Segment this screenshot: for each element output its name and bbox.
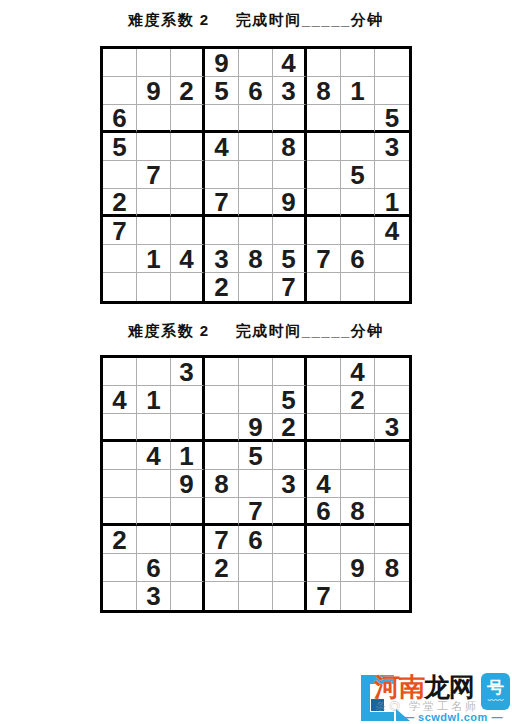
p2-cell-r9c4[interactable] <box>205 582 239 610</box>
sudoku-grid-1: 94925638165548375279174143857627 <box>100 46 412 304</box>
p1-cell-r9c9[interactable] <box>375 273 409 301</box>
p2-cell-r7c2[interactable] <box>137 526 171 554</box>
p1-cell-r2c4[interactable]: 5 <box>205 77 239 105</box>
p1-cell-r7c5[interactable] <box>239 217 273 245</box>
p1-cell-r9c6[interactable]: 7 <box>273 273 307 301</box>
p1-cell-r8c6[interactable]: 5 <box>273 245 307 273</box>
p1-cell-r5c6[interactable] <box>273 161 307 189</box>
p2-cell-r5c4[interactable]: 8 <box>205 470 239 498</box>
p2-cell-r6c3[interactable] <box>171 498 205 526</box>
p2-cell-r8c7[interactable] <box>307 554 341 582</box>
difficulty-label-1: 难度系数 2 <box>128 11 210 30</box>
p2-cell-r5c1[interactable] <box>103 470 137 498</box>
p2-cell-r9c6[interactable] <box>273 582 307 610</box>
p2-cell-r5c5[interactable] <box>239 470 273 498</box>
p1-cell-r8c5[interactable]: 8 <box>239 245 273 273</box>
p2-cell-r5c6[interactable]: 3 <box>273 470 307 498</box>
p1-cell-r7c6[interactable] <box>273 217 307 245</box>
puzzle-2-header: 难度系数 2 完成时间_____分钟 <box>0 322 512 341</box>
p1-cell-r2c1[interactable] <box>103 77 137 105</box>
puzzle-1-header: 难度系数 2 完成时间_____分钟 <box>0 11 512 30</box>
p1-cell-r6c4[interactable]: 7 <box>205 189 239 217</box>
p1-cell-r1c5[interactable] <box>239 49 273 77</box>
p1-cell-r5c2[interactable]: 7 <box>137 161 171 189</box>
p2-cell-r7c6[interactable] <box>273 526 307 554</box>
p1-cell-r5c5[interactable] <box>239 161 273 189</box>
p1-cell-r1c3[interactable] <box>171 49 205 77</box>
p1-cell-r1c9[interactable] <box>375 49 409 77</box>
p1-cell-r6c6[interactable]: 9 <box>273 189 307 217</box>
p2-cell-r2c8[interactable]: 2 <box>341 386 375 414</box>
p1-cell-r3c5[interactable] <box>239 105 273 133</box>
site-name-black: 龙网 <box>424 672 474 702</box>
p1-cell-r1c6[interactable]: 4 <box>273 49 307 77</box>
p2-cell-r6c5[interactable]: 7 <box>239 498 273 526</box>
p2-cell-r4c7[interactable] <box>307 442 341 470</box>
p1-cell-r4c7[interactable] <box>307 133 341 161</box>
p2-cell-r6c4[interactable] <box>205 498 239 526</box>
p1-cell-r4c9[interactable]: 3 <box>375 133 409 161</box>
p1-cell-r6c2[interactable] <box>137 189 171 217</box>
p2-cell-r8c5[interactable] <box>239 554 273 582</box>
p1-cell-r4c8[interactable] <box>341 133 375 161</box>
completion-time-label-1: 完成时间_____分钟 <box>236 11 384 30</box>
p2-cell-r2c3[interactable] <box>171 386 205 414</box>
p1-cell-r3c3[interactable] <box>171 105 205 133</box>
p1-cell-r9c2[interactable] <box>137 273 171 301</box>
p2-cell-r6c9[interactable] <box>375 498 409 526</box>
p1-cell-r5c4[interactable] <box>205 161 239 189</box>
p1-cell-r4c2[interactable] <box>137 133 171 161</box>
p2-cell-r4c1[interactable] <box>103 442 137 470</box>
p2-cell-r8c1[interactable] <box>103 554 137 582</box>
p2-cell-r4c6[interactable] <box>273 442 307 470</box>
p1-cell-r6c9[interactable]: 1 <box>375 189 409 217</box>
p2-cell-r9c7[interactable]: 7 <box>307 582 341 610</box>
p1-cell-r1c2[interactable] <box>137 49 171 77</box>
p2-cell-r6c2[interactable] <box>137 498 171 526</box>
p2-cell-r1c3[interactable]: 3 <box>171 358 205 386</box>
p1-cell-r8c9[interactable] <box>375 245 409 273</box>
p2-cell-r2c7[interactable] <box>307 386 341 414</box>
p2-cell-r4c8[interactable] <box>341 442 375 470</box>
p1-cell-r5c8[interactable]: 5 <box>341 161 375 189</box>
p1-cell-r1c1[interactable] <box>103 49 137 77</box>
p1-cell-r2c3[interactable]: 2 <box>171 77 205 105</box>
p2-cell-r4c3[interactable]: 1 <box>171 442 205 470</box>
p1-cell-r2c2[interactable]: 9 <box>137 77 171 105</box>
p1-cell-r7c7[interactable] <box>307 217 341 245</box>
p1-cell-r4c6[interactable]: 8 <box>273 133 307 161</box>
p2-cell-r4c4[interactable] <box>205 442 239 470</box>
p1-cell-r2c9[interactable] <box>375 77 409 105</box>
p1-cell-r3c7[interactable] <box>307 105 341 133</box>
p2-cell-r8c4[interactable]: 2 <box>205 554 239 582</box>
p1-cell-r6c3[interactable] <box>171 189 205 217</box>
p1-cell-r4c4[interactable]: 4 <box>205 133 239 161</box>
blue-seal-stamp-icon: 号 〰〰 <box>481 673 510 710</box>
p1-cell-r3c1[interactable]: 6 <box>103 105 137 133</box>
p2-cell-r7c3[interactable] <box>171 526 205 554</box>
p1-cell-r8c4[interactable]: 3 <box>205 245 239 273</box>
p1-cell-r8c2[interactable]: 1 <box>137 245 171 273</box>
stamp-glyph: 号 <box>487 679 504 696</box>
p1-cell-r5c9[interactable] <box>375 161 409 189</box>
p2-cell-r3c6[interactable]: 2 <box>273 414 307 442</box>
p2-cell-r1c6[interactable] <box>273 358 307 386</box>
p1-cell-r9c1[interactable] <box>103 273 137 301</box>
p1-cell-r9c5[interactable] <box>239 273 273 301</box>
p1-cell-r8c8[interactable]: 6 <box>341 245 375 273</box>
p2-cell-r5c8[interactable] <box>341 470 375 498</box>
p2-cell-r3c1[interactable] <box>103 414 137 442</box>
p1-cell-r6c5[interactable] <box>239 189 273 217</box>
p1-cell-r2c7[interactable]: 8 <box>307 77 341 105</box>
p1-cell-r4c3[interactable] <box>171 133 205 161</box>
p1-cell-r2c5[interactable]: 6 <box>239 77 273 105</box>
p2-cell-r9c2[interactable]: 3 <box>137 582 171 610</box>
p2-cell-r1c1[interactable] <box>103 358 137 386</box>
p2-cell-r8c2[interactable]: 6 <box>137 554 171 582</box>
p2-cell-r8c8[interactable]: 9 <box>341 554 375 582</box>
p2-cell-r7c5[interactable]: 6 <box>239 526 273 554</box>
watermark-domain: — scwdwl.com — <box>403 711 503 723</box>
p1-cell-r4c5[interactable] <box>239 133 273 161</box>
p2-cell-r4c9[interactable] <box>375 442 409 470</box>
p2-cell-r7c7[interactable] <box>307 526 341 554</box>
p1-cell-r3c9[interactable]: 5 <box>375 105 409 133</box>
p2-cell-r9c3[interactable] <box>171 582 205 610</box>
p2-cell-r9c5[interactable] <box>239 582 273 610</box>
p1-cell-r2c6[interactable]: 3 <box>273 77 307 105</box>
p1-cell-r8c3[interactable]: 4 <box>171 245 205 273</box>
p2-cell-r7c4[interactable]: 7 <box>205 526 239 554</box>
p1-cell-r9c4[interactable]: 2 <box>205 273 239 301</box>
p2-cell-r7c9[interactable] <box>375 526 409 554</box>
p2-cell-r4c2[interactable]: 4 <box>137 442 171 470</box>
p1-cell-r4c1[interactable]: 5 <box>103 133 137 161</box>
p2-cell-r3c7[interactable] <box>307 414 341 442</box>
p1-cell-r8c1[interactable] <box>103 245 137 273</box>
p2-cell-r5c7[interactable]: 4 <box>307 470 341 498</box>
p1-cell-r6c1[interactable]: 2 <box>103 189 137 217</box>
p1-cell-r3c2[interactable] <box>137 105 171 133</box>
p1-cell-r3c8[interactable] <box>341 105 375 133</box>
p2-cell-r6c7[interactable]: 6 <box>307 498 341 526</box>
p2-cell-r8c6[interactable] <box>273 554 307 582</box>
p2-cell-r7c8[interactable] <box>341 526 375 554</box>
p2-cell-r1c7[interactable] <box>307 358 341 386</box>
p2-cell-r3c2[interactable] <box>137 414 171 442</box>
p2-cell-r7c1[interactable]: 2 <box>103 526 137 554</box>
p2-cell-r9c9[interactable] <box>375 582 409 610</box>
p1-cell-r5c1[interactable] <box>103 161 137 189</box>
p1-cell-r1c8[interactable] <box>341 49 375 77</box>
p1-cell-r8c7[interactable]: 7 <box>307 245 341 273</box>
completion-time-label-2: 完成时间_____分钟 <box>236 322 384 341</box>
p2-cell-r3c9[interactable]: 3 <box>375 414 409 442</box>
p1-cell-r7c1[interactable]: 7 <box>103 217 137 245</box>
p1-cell-r7c2[interactable] <box>137 217 171 245</box>
p2-cell-r3c5[interactable]: 9 <box>239 414 273 442</box>
p2-cell-r6c1[interactable] <box>103 498 137 526</box>
p1-cell-r7c3[interactable] <box>171 217 205 245</box>
difficulty-label-2: 难度系数 2 <box>128 322 210 341</box>
p1-cell-r7c8[interactable] <box>341 217 375 245</box>
p1-cell-r3c6[interactable] <box>273 105 307 133</box>
p1-cell-r6c8[interactable] <box>341 189 375 217</box>
p2-cell-r3c4[interactable] <box>205 414 239 442</box>
p1-cell-r7c9[interactable]: 4 <box>375 217 409 245</box>
p2-cell-r2c9[interactable] <box>375 386 409 414</box>
p1-cell-r5c3[interactable] <box>171 161 205 189</box>
p2-cell-r2c6[interactable]: 5 <box>273 386 307 414</box>
p2-cell-r6c8[interactable]: 8 <box>341 498 375 526</box>
site-name-red: 河南 <box>374 672 424 702</box>
p1-cell-r9c8[interactable] <box>341 273 375 301</box>
p1-cell-r1c7[interactable] <box>307 49 341 77</box>
p2-cell-r3c3[interactable] <box>171 414 205 442</box>
p2-cell-r5c2[interactable] <box>137 470 171 498</box>
p1-cell-r5c7[interactable] <box>307 161 341 189</box>
p1-cell-r7c4[interactable] <box>205 217 239 245</box>
p2-cell-r1c9[interactable] <box>375 358 409 386</box>
p1-cell-r9c7[interactable] <box>307 273 341 301</box>
p2-cell-r6c6[interactable] <box>273 498 307 526</box>
p2-cell-r1c5[interactable] <box>239 358 273 386</box>
p1-cell-r6c7[interactable] <box>307 189 341 217</box>
p1-cell-r2c8[interactable]: 1 <box>341 77 375 105</box>
p1-cell-r3c4[interactable] <box>205 105 239 133</box>
p2-cell-r4c5[interactable]: 5 <box>239 442 273 470</box>
p2-cell-r9c8[interactable] <box>341 582 375 610</box>
stamp-wave: 〰〰 <box>488 697 504 705</box>
p2-cell-r9c1[interactable] <box>103 582 137 610</box>
p2-cell-r2c1[interactable]: 4 <box>103 386 137 414</box>
p1-cell-r9c3[interactable] <box>171 273 205 301</box>
p1-cell-r1c4[interactable]: 9 <box>205 49 239 77</box>
site-watermark: 河南龙网 号 〰〰 条◎ 学堂工名师 — scwdwl.com — <box>357 642 512 724</box>
p2-cell-r8c3[interactable] <box>171 554 205 582</box>
p2-cell-r1c4[interactable] <box>205 358 239 386</box>
p2-cell-r5c3[interactable]: 9 <box>171 470 205 498</box>
p2-cell-r2c2[interactable]: 1 <box>137 386 171 414</box>
sudoku-grid-2: 3441529234159834768276629837 <box>100 355 412 613</box>
p2-cell-r2c5[interactable] <box>239 386 273 414</box>
p2-cell-r1c8[interactable]: 4 <box>341 358 375 386</box>
p2-cell-r5c9[interactable] <box>375 470 409 498</box>
p2-cell-r3c8[interactable] <box>341 414 375 442</box>
p2-cell-r8c9[interactable]: 8 <box>375 554 409 582</box>
p2-cell-r2c4[interactable] <box>205 386 239 414</box>
p2-cell-r1c2[interactable] <box>137 358 171 386</box>
